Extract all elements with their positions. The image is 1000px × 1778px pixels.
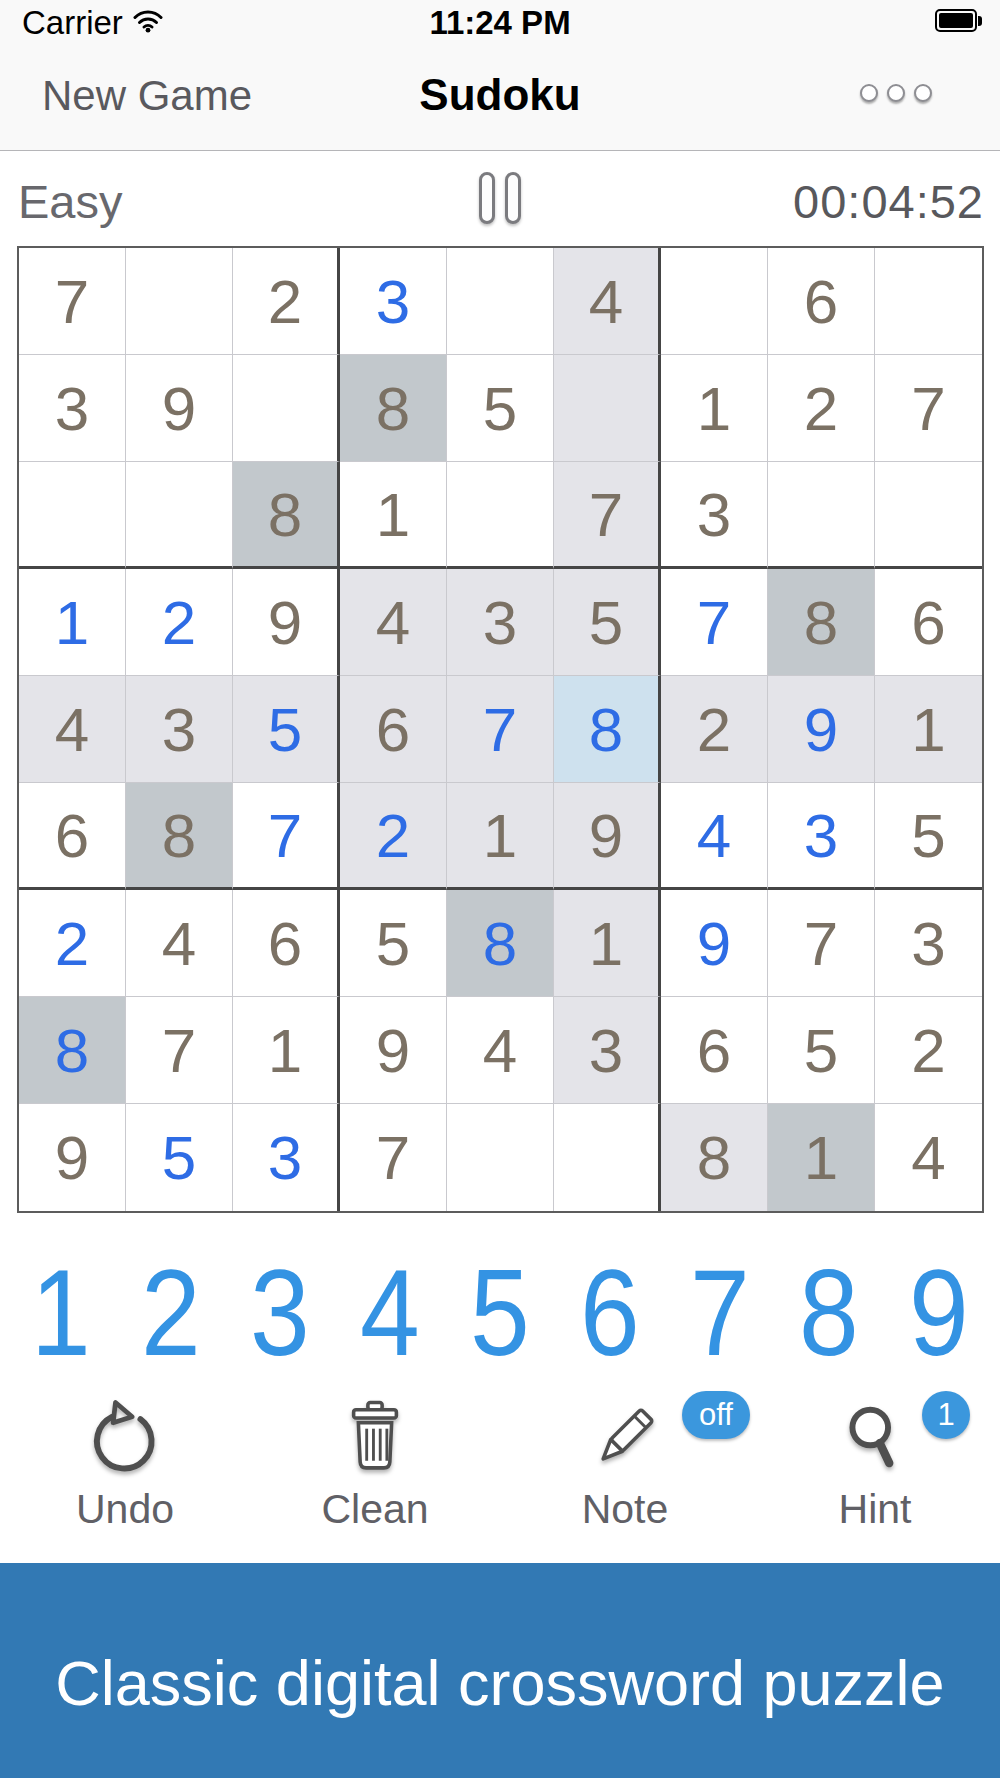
- cell-r9c7[interactable]: 8: [661, 1104, 768, 1211]
- cell-r4c2[interactable]: 2: [126, 569, 233, 676]
- user-digit: 7: [483, 694, 517, 765]
- given-digit: 8: [268, 479, 302, 550]
- given-digit: 1: [589, 908, 623, 979]
- cell-r7c9[interactable]: 3: [875, 890, 982, 997]
- cell-r5c5[interactable]: 7: [447, 676, 554, 783]
- toolbar: Undo Clean: [0, 1385, 1000, 1560]
- note-button[interactable]: Note off: [500, 1385, 750, 1560]
- user-digit: 3: [376, 266, 410, 337]
- user-digit: 8: [589, 694, 623, 765]
- cell-r3c4[interactable]: 1: [340, 462, 447, 569]
- given-digit: 9: [589, 800, 623, 871]
- clean-button[interactable]: Clean: [250, 1385, 500, 1560]
- given-digit: 9: [162, 373, 196, 444]
- given-digit: 9: [376, 1015, 410, 1086]
- user-digit: 8: [55, 1015, 89, 1086]
- given-digit: 4: [376, 587, 410, 658]
- cell-r1c1[interactable]: 7: [19, 248, 126, 355]
- cell-r1c2[interactable]: [126, 248, 233, 355]
- given-digit: 3: [162, 694, 196, 765]
- cell-r4c1[interactable]: 1: [19, 569, 126, 676]
- cell-r6c9[interactable]: 5: [875, 783, 982, 890]
- cell-r9c2[interactable]: 5: [126, 1104, 233, 1211]
- game-info-row: Easy 00:04:52: [0, 152, 1000, 246]
- more-options-button[interactable]: [860, 84, 932, 102]
- dot-icon: [887, 84, 905, 102]
- cell-r3c1[interactable]: [19, 462, 126, 569]
- timer-value: 00:04:52: [793, 174, 984, 229]
- given-digit: 4: [162, 908, 196, 979]
- cell-r2c2[interactable]: 9: [126, 355, 233, 462]
- cell-r1c8[interactable]: 6: [768, 248, 875, 355]
- cell-r7c5[interactable]: 8: [447, 890, 554, 997]
- given-digit: 4: [589, 266, 623, 337]
- cell-r8c6[interactable]: 3: [554, 997, 661, 1104]
- cell-r4c9[interactable]: 6: [875, 569, 982, 676]
- user-digit: 5: [268, 694, 302, 765]
- cell-r7c3[interactable]: 6: [233, 890, 340, 997]
- tool-label: Undo: [76, 1486, 174, 1533]
- magnifier-icon: [837, 1389, 913, 1484]
- given-digit: 3: [697, 479, 731, 550]
- cell-r1c7[interactable]: [661, 248, 768, 355]
- undo-button[interactable]: Undo: [0, 1385, 250, 1560]
- given-digit: 9: [55, 1122, 89, 1193]
- cell-r6c7[interactable]: 4: [661, 783, 768, 890]
- given-digit: 8: [162, 800, 196, 871]
- cell-r4c8[interactable]: 8: [768, 569, 875, 676]
- cell-r9c1[interactable]: 9: [19, 1104, 126, 1211]
- hint-button[interactable]: Hint 1: [750, 1385, 1000, 1560]
- given-digit: 1: [483, 800, 517, 871]
- dot-icon: [860, 84, 878, 102]
- cell-r2c4[interactable]: 8: [340, 355, 447, 462]
- user-digit: 3: [268, 1122, 302, 1193]
- user-digit: 7: [697, 587, 731, 658]
- given-digit: 8: [376, 373, 410, 444]
- given-digit: 6: [804, 266, 838, 337]
- cell-r6c6[interactable]: 9: [554, 783, 661, 890]
- given-digit: 3: [55, 373, 89, 444]
- cell-r5c4[interactable]: 6: [340, 676, 447, 783]
- given-digit: 1: [804, 1122, 838, 1193]
- sudoku-app: Carrier 11:24 PM New Game Sudoku Easy: [0, 0, 1000, 1778]
- given-digit: 8: [697, 1122, 731, 1193]
- numpad-3[interactable]: 3: [251, 1252, 311, 1374]
- cell-r6c1[interactable]: 6: [19, 783, 126, 890]
- clock-time: 11:24 PM: [0, 4, 1000, 42]
- cell-r2c1[interactable]: 3: [19, 355, 126, 462]
- numpad-9[interactable]: 9: [909, 1252, 969, 1374]
- cell-r3c8[interactable]: [768, 462, 875, 569]
- given-digit: 2: [697, 694, 731, 765]
- cell-r3c7[interactable]: 3: [661, 462, 768, 569]
- numpad-4[interactable]: 4: [360, 1252, 420, 1374]
- given-digit: 5: [589, 587, 623, 658]
- user-digit: 7: [268, 800, 302, 871]
- cell-r2c5[interactable]: 5: [447, 355, 554, 462]
- given-digit: 9: [268, 587, 302, 658]
- cell-r9c3[interactable]: 3: [233, 1104, 340, 1211]
- sudoku-board: 7234639851278173129435786435678291687219…: [17, 246, 984, 1213]
- given-digit: 7: [55, 266, 89, 337]
- given-digit: 2: [804, 373, 838, 444]
- cell-r5c1[interactable]: 4: [19, 676, 126, 783]
- cell-r4c7[interactable]: 7: [661, 569, 768, 676]
- pause-icon: [479, 172, 495, 224]
- pause-button[interactable]: [465, 172, 535, 228]
- cell-r3c3[interactable]: 8: [233, 462, 340, 569]
- cell-r5c2[interactable]: 3: [126, 676, 233, 783]
- cell-r9c8[interactable]: 1: [768, 1104, 875, 1211]
- cell-r6c4[interactable]: 2: [340, 783, 447, 890]
- pencil-icon: [587, 1389, 663, 1484]
- hint-count-badge: 1: [922, 1391, 970, 1439]
- user-digit: 3: [804, 800, 838, 871]
- cell-r1c6[interactable]: 4: [554, 248, 661, 355]
- trash-icon: [339, 1389, 411, 1484]
- tool-label: Hint: [839, 1486, 912, 1533]
- cell-r3c9[interactable]: [875, 462, 982, 569]
- cell-r7c8[interactable]: 7: [768, 890, 875, 997]
- given-digit: 2: [911, 1015, 945, 1086]
- cell-r7c1[interactable]: 2: [19, 890, 126, 997]
- given-digit: 7: [911, 373, 945, 444]
- cell-r7c2[interactable]: 4: [126, 890, 233, 997]
- cell-r7c6[interactable]: 1: [554, 890, 661, 997]
- cell-r2c8[interactable]: 2: [768, 355, 875, 462]
- cell-r1c5[interactable]: [447, 248, 554, 355]
- given-digit: 6: [911, 587, 945, 658]
- given-digit: 3: [589, 1015, 623, 1086]
- status-bar: Carrier 11:24 PM: [0, 0, 1000, 44]
- cell-r5c7[interactable]: 2: [661, 676, 768, 783]
- battery-icon: [935, 9, 983, 32]
- numpad-6[interactable]: 6: [580, 1252, 640, 1374]
- promo-banner[interactable]: Classic digital crossword puzzle: [0, 1563, 1000, 1778]
- given-digit: 5: [483, 373, 517, 444]
- banner-text: Classic digital crossword puzzle: [55, 1647, 944, 1719]
- pause-icon: [505, 172, 521, 224]
- given-digit: 5: [804, 1015, 838, 1086]
- cell-r1c3[interactable]: 2: [233, 248, 340, 355]
- cell-r6c8[interactable]: 3: [768, 783, 875, 890]
- given-digit: 5: [376, 908, 410, 979]
- cell-r1c4[interactable]: 3: [340, 248, 447, 355]
- given-digit: 4: [911, 1122, 945, 1193]
- given-digit: 7: [162, 1015, 196, 1086]
- given-digit: 8: [804, 587, 838, 658]
- cell-r9c5[interactable]: [447, 1104, 554, 1211]
- cell-r7c7[interactable]: 9: [661, 890, 768, 997]
- cell-r4c3[interactable]: 9: [233, 569, 340, 676]
- undo-arrow-icon: [87, 1389, 163, 1484]
- cell-r3c6[interactable]: 7: [554, 462, 661, 569]
- tool-label: Clean: [321, 1486, 428, 1533]
- given-digit: 1: [268, 1015, 302, 1086]
- cell-r7c4[interactable]: 5: [340, 890, 447, 997]
- cell-r2c6[interactable]: [554, 355, 661, 462]
- given-digit: 4: [55, 694, 89, 765]
- given-digit: 3: [911, 908, 945, 979]
- user-digit: 1: [55, 587, 89, 658]
- cell-r8c4[interactable]: 9: [340, 997, 447, 1104]
- numpad-8[interactable]: 8: [799, 1252, 859, 1374]
- user-digit: 9: [697, 908, 731, 979]
- user-digit: 2: [376, 800, 410, 871]
- given-digit: 6: [55, 800, 89, 871]
- given-digit: 4: [483, 1015, 517, 1086]
- page-title: Sudoku: [0, 70, 1000, 120]
- cell-r9c4[interactable]: 7: [340, 1104, 447, 1211]
- cell-r5c6[interactable]: 8: [554, 676, 661, 783]
- given-digit: 1: [911, 694, 945, 765]
- cell-r8c9[interactable]: 2: [875, 997, 982, 1104]
- user-digit: 2: [162, 587, 196, 658]
- tool-label: Note: [582, 1486, 669, 1533]
- number-pad: 123456789: [0, 1238, 1000, 1388]
- given-digit: 1: [697, 373, 731, 444]
- cell-r9c6[interactable]: [554, 1104, 661, 1211]
- given-digit: 5: [911, 800, 945, 871]
- given-digit: 7: [804, 908, 838, 979]
- cell-r9c9[interactable]: 4: [875, 1104, 982, 1211]
- given-digit: 6: [697, 1015, 731, 1086]
- cell-r8c8[interactable]: 5: [768, 997, 875, 1104]
- user-digit: 9: [804, 694, 838, 765]
- cell-r8c2[interactable]: 7: [126, 997, 233, 1104]
- given-digit: 6: [268, 908, 302, 979]
- nav-bar: New Game Sudoku: [0, 44, 1000, 151]
- numpad-7[interactable]: 7: [690, 1252, 750, 1374]
- numpad-5[interactable]: 5: [470, 1252, 530, 1374]
- cell-r3c2[interactable]: [126, 462, 233, 569]
- cell-r2c9[interactable]: 7: [875, 355, 982, 462]
- cell-r1c9[interactable]: [875, 248, 982, 355]
- cell-r8c7[interactable]: 6: [661, 997, 768, 1104]
- cell-r6c2[interactable]: 8: [126, 783, 233, 890]
- user-digit: 5: [162, 1122, 196, 1193]
- given-digit: 1: [376, 479, 410, 550]
- dot-icon: [914, 84, 932, 102]
- difficulty-label: Easy: [18, 174, 123, 229]
- cell-r2c7[interactable]: 1: [661, 355, 768, 462]
- cell-r8c5[interactable]: 4: [447, 997, 554, 1104]
- cell-r5c9[interactable]: 1: [875, 676, 982, 783]
- cell-r2c3[interactable]: [233, 355, 340, 462]
- cell-r3c5[interactable]: [447, 462, 554, 569]
- numpad-1[interactable]: 1: [31, 1252, 91, 1374]
- given-digit: 7: [376, 1122, 410, 1193]
- given-digit: 6: [376, 694, 410, 765]
- user-digit: 4: [697, 800, 731, 871]
- numpad-2[interactable]: 2: [141, 1252, 201, 1374]
- given-digit: 7: [589, 479, 623, 550]
- cell-r6c5[interactable]: 1: [447, 783, 554, 890]
- cell-r4c5[interactable]: 3: [447, 569, 554, 676]
- cell-r6c3[interactable]: 7: [233, 783, 340, 890]
- cell-r8c1[interactable]: 8: [19, 997, 126, 1104]
- cell-r4c6[interactable]: 5: [554, 569, 661, 676]
- cell-r5c8[interactable]: 9: [768, 676, 875, 783]
- given-digit: 2: [268, 266, 302, 337]
- given-digit: 3: [483, 587, 517, 658]
- cell-r4c4[interactable]: 4: [340, 569, 447, 676]
- user-digit: 8: [483, 908, 517, 979]
- note-off-badge: off: [682, 1391, 750, 1439]
- cell-r5c3[interactable]: 5: [233, 676, 340, 783]
- cell-r8c3[interactable]: 1: [233, 997, 340, 1104]
- user-digit: 2: [55, 908, 89, 979]
